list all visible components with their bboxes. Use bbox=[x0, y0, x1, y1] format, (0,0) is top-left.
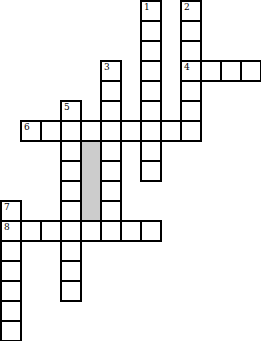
cell-r13c0[interactable] bbox=[0, 260, 22, 282]
cell-r1c7[interactable] bbox=[140, 20, 162, 42]
clue-number-3: 3 bbox=[104, 62, 110, 72]
cell-r6c6[interactable] bbox=[120, 120, 142, 142]
cell-r11c1[interactable] bbox=[20, 220, 42, 242]
clue-number-5: 5 bbox=[64, 102, 70, 112]
cell-r4c5[interactable] bbox=[100, 80, 122, 102]
cell-r5c7[interactable] bbox=[140, 100, 162, 122]
cell-r14c0[interactable] bbox=[0, 280, 22, 302]
cell-r7c3[interactable] bbox=[60, 140, 82, 162]
crossword-board: 12345678 bbox=[0, 0, 261, 341]
clue-number-1: 1 bbox=[144, 2, 150, 12]
cell-r8c5[interactable] bbox=[100, 160, 122, 182]
clue-number-8: 8 bbox=[4, 222, 10, 232]
cell-r12c3[interactable] bbox=[60, 240, 82, 262]
cell-r6c5[interactable] bbox=[100, 120, 122, 142]
cell-r3c9[interactable]: 4 bbox=[180, 60, 202, 82]
cell-r5c5[interactable] bbox=[100, 100, 122, 122]
highlight-word-cells[interactable] bbox=[80, 140, 102, 222]
cell-r11c7[interactable] bbox=[140, 220, 162, 242]
crossword-page: 12345678 bbox=[0, 0, 261, 341]
clue-number-7: 7 bbox=[4, 202, 10, 212]
cell-r6c4[interactable] bbox=[80, 120, 102, 142]
cell-r0c9[interactable]: 2 bbox=[180, 0, 202, 22]
cell-r12c0[interactable] bbox=[0, 240, 22, 262]
cell-r8c3[interactable] bbox=[60, 160, 82, 182]
clue-number-4: 4 bbox=[184, 62, 190, 72]
cell-r6c8[interactable] bbox=[160, 120, 182, 142]
cell-r3c10[interactable] bbox=[200, 60, 222, 82]
cell-r0c7[interactable]: 1 bbox=[140, 0, 162, 22]
cell-r11c5[interactable] bbox=[100, 220, 122, 242]
cell-r2c7[interactable] bbox=[140, 40, 162, 62]
cell-r14c3[interactable] bbox=[60, 280, 82, 302]
cell-r11c6[interactable] bbox=[120, 220, 142, 242]
cell-r3c5[interactable]: 3 bbox=[100, 60, 122, 82]
cell-r3c7[interactable] bbox=[140, 60, 162, 82]
cell-r6c1[interactable]: 6 bbox=[20, 120, 42, 142]
cell-r11c0[interactable]: 8 bbox=[0, 220, 22, 242]
cell-r4c9[interactable] bbox=[180, 80, 202, 102]
cell-r6c2[interactable] bbox=[40, 120, 62, 142]
cell-r10c0[interactable]: 7 bbox=[0, 200, 22, 222]
cell-r11c3[interactable] bbox=[60, 220, 82, 242]
cell-r8c7[interactable] bbox=[140, 160, 162, 182]
cell-r13c3[interactable] bbox=[60, 260, 82, 282]
cell-r9c5[interactable] bbox=[100, 180, 122, 202]
cell-r11c2[interactable] bbox=[40, 220, 62, 242]
cell-r10c3[interactable] bbox=[60, 200, 82, 222]
cell-r5c3[interactable]: 5 bbox=[60, 100, 82, 122]
cell-r9c3[interactable] bbox=[60, 180, 82, 202]
cell-r2c9[interactable] bbox=[180, 40, 202, 62]
cell-r4c7[interactable] bbox=[140, 80, 162, 102]
cell-r6c7[interactable] bbox=[140, 120, 162, 142]
cell-r1c9[interactable] bbox=[180, 20, 202, 42]
cell-r6c9[interactable] bbox=[180, 120, 202, 142]
cell-r6c3[interactable] bbox=[60, 120, 82, 142]
cell-r11c4[interactable] bbox=[80, 220, 102, 242]
clue-number-2: 2 bbox=[184, 2, 190, 12]
cell-r3c11[interactable] bbox=[220, 60, 242, 82]
cell-r16c0[interactable] bbox=[0, 320, 22, 341]
cell-r3c12[interactable] bbox=[240, 60, 261, 82]
cell-r10c5[interactable] bbox=[100, 200, 122, 222]
cell-r5c9[interactable] bbox=[180, 100, 202, 122]
clue-number-6: 6 bbox=[24, 122, 30, 132]
cell-r7c7[interactable] bbox=[140, 140, 162, 162]
cell-r15c0[interactable] bbox=[0, 300, 22, 322]
cell-r7c5[interactable] bbox=[100, 140, 122, 162]
